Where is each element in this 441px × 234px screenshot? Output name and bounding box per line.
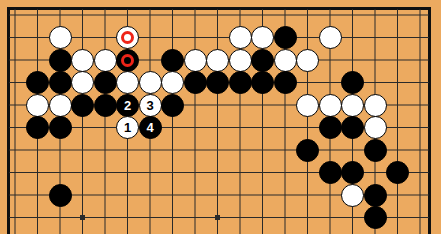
move-number-label: 2 bbox=[124, 99, 131, 112]
stone-white bbox=[319, 26, 342, 49]
stone-white bbox=[26, 94, 49, 117]
stone-black bbox=[274, 71, 297, 94]
stone-white: 1 bbox=[116, 116, 139, 139]
stone-white bbox=[319, 94, 342, 117]
stone-black bbox=[94, 71, 117, 94]
stone-black bbox=[386, 161, 409, 184]
stone-black bbox=[49, 71, 72, 94]
stone-black bbox=[364, 206, 387, 229]
stone-white bbox=[274, 49, 297, 72]
stone-black bbox=[341, 71, 364, 94]
stone-black bbox=[184, 71, 207, 94]
stone-black bbox=[364, 139, 387, 162]
stone-black bbox=[71, 94, 94, 117]
stone-black bbox=[274, 26, 297, 49]
stone-white bbox=[341, 184, 364, 207]
stone-black bbox=[319, 161, 342, 184]
circle-mark bbox=[121, 31, 134, 44]
star-point bbox=[80, 215, 85, 220]
stone-black bbox=[49, 116, 72, 139]
stone-white bbox=[116, 71, 139, 94]
stone-black: 4 bbox=[139, 116, 162, 139]
circle-mark bbox=[121, 54, 134, 67]
move-number-label: 1 bbox=[124, 121, 131, 134]
stone-black bbox=[49, 184, 72, 207]
stone-white bbox=[49, 94, 72, 117]
stone-white bbox=[296, 94, 319, 117]
stone-white bbox=[116, 26, 139, 49]
stone-black bbox=[229, 71, 252, 94]
stone-white bbox=[251, 26, 274, 49]
move-number-label: 3 bbox=[146, 99, 153, 112]
stone-black bbox=[319, 116, 342, 139]
stone-white bbox=[341, 94, 364, 117]
stones-layer: 2314 bbox=[0, 0, 441, 234]
stone-black bbox=[206, 71, 229, 94]
stone-white bbox=[229, 49, 252, 72]
stone-white bbox=[161, 71, 184, 94]
stone-white bbox=[296, 49, 319, 72]
stone-black bbox=[296, 139, 319, 162]
stone-black bbox=[49, 49, 72, 72]
stone-black bbox=[26, 116, 49, 139]
stone-black bbox=[161, 49, 184, 72]
stone-white bbox=[229, 26, 252, 49]
stone-white bbox=[364, 116, 387, 139]
star-point bbox=[215, 215, 220, 220]
stone-white bbox=[364, 94, 387, 117]
stone-white bbox=[71, 71, 94, 94]
stone-black bbox=[341, 116, 364, 139]
go-board: 2314 bbox=[0, 0, 441, 234]
stone-white bbox=[184, 49, 207, 72]
stone-black: 2 bbox=[116, 94, 139, 117]
stone-black bbox=[161, 94, 184, 117]
stone-white bbox=[71, 49, 94, 72]
stone-black bbox=[251, 71, 274, 94]
move-number-label: 4 bbox=[146, 121, 153, 134]
stone-white bbox=[206, 49, 229, 72]
stone-white bbox=[94, 49, 117, 72]
stone-black bbox=[26, 71, 49, 94]
stone-black bbox=[251, 49, 274, 72]
stone-white bbox=[139, 71, 162, 94]
stone-black bbox=[94, 94, 117, 117]
stone-white bbox=[49, 26, 72, 49]
stone-black bbox=[116, 49, 139, 72]
stone-white: 3 bbox=[139, 94, 162, 117]
stone-black bbox=[341, 161, 364, 184]
stone-black bbox=[364, 184, 387, 207]
